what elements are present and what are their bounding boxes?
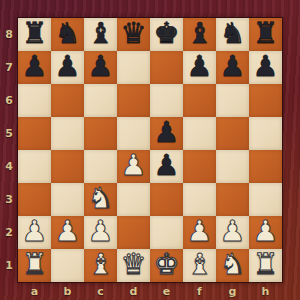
square-e5[interactable]: ♟	[150, 117, 183, 150]
square-c1[interactable]: ♝	[84, 249, 117, 282]
piece-black-king-icon[interactable]: ♚	[154, 19, 180, 48]
rank-label-6: 6	[0, 84, 18, 117]
piece-black-bishop-icon[interactable]: ♝	[187, 19, 213, 48]
file-label-a: a	[18, 282, 51, 300]
square-c6[interactable]	[84, 84, 117, 117]
square-c4[interactable]	[84, 150, 117, 183]
square-e8[interactable]: ♚	[150, 18, 183, 51]
square-c3[interactable]: ♞	[84, 183, 117, 216]
square-f1[interactable]: ♝	[183, 249, 216, 282]
piece-black-knight-icon[interactable]: ♞	[55, 19, 81, 48]
piece-white-pawn-icon[interactable]: ♟	[253, 217, 279, 246]
piece-white-pawn-icon[interactable]: ♟	[121, 151, 147, 180]
piece-white-pawn-icon[interactable]: ♟	[55, 217, 81, 246]
file-label-e: e	[150, 282, 183, 300]
rank-label-7: 7	[0, 51, 18, 84]
piece-black-bishop-icon[interactable]: ♝	[88, 19, 114, 48]
piece-black-rook-icon[interactable]: ♜	[22, 19, 48, 48]
file-label-f: f	[183, 282, 216, 300]
piece-black-knight-icon[interactable]: ♞	[220, 19, 246, 48]
piece-white-rook-icon[interactable]: ♜	[22, 250, 48, 279]
square-d4[interactable]: ♟	[117, 150, 150, 183]
square-d7[interactable]	[117, 51, 150, 84]
piece-white-pawn-icon[interactable]: ♟	[187, 217, 213, 246]
rank-labels: 87654321	[0, 18, 18, 282]
square-e4[interactable]: ♟	[150, 150, 183, 183]
square-a2[interactable]: ♟	[18, 216, 51, 249]
square-f8[interactable]: ♝	[183, 18, 216, 51]
square-f3[interactable]	[183, 183, 216, 216]
square-d3[interactable]	[117, 183, 150, 216]
square-g6[interactable]	[216, 84, 249, 117]
square-a6[interactable]	[18, 84, 51, 117]
square-c2[interactable]: ♟	[84, 216, 117, 249]
square-g5[interactable]	[216, 117, 249, 150]
piece-white-knight-icon[interactable]: ♞	[220, 250, 246, 279]
square-a1[interactable]: ♜	[18, 249, 51, 282]
square-b3[interactable]	[51, 183, 84, 216]
piece-black-pawn-icon[interactable]: ♟	[88, 52, 114, 81]
square-f5[interactable]	[183, 117, 216, 150]
square-f7[interactable]: ♟	[183, 51, 216, 84]
piece-black-queen-icon[interactable]: ♛	[121, 19, 147, 48]
square-b8[interactable]: ♞	[51, 18, 84, 51]
piece-white-pawn-icon[interactable]: ♟	[22, 217, 48, 246]
piece-black-pawn-icon[interactable]: ♟	[154, 118, 180, 147]
square-h2[interactable]: ♟	[249, 216, 282, 249]
square-g1[interactable]: ♞	[216, 249, 249, 282]
square-d6[interactable]	[117, 84, 150, 117]
piece-white-knight-icon[interactable]: ♞	[88, 184, 114, 213]
square-h6[interactable]	[249, 84, 282, 117]
square-h3[interactable]	[249, 183, 282, 216]
file-label-d: d	[117, 282, 150, 300]
square-e7[interactable]	[150, 51, 183, 84]
square-e1[interactable]: ♚	[150, 249, 183, 282]
file-labels: abcdefgh	[18, 282, 282, 300]
square-a7[interactable]: ♟	[18, 51, 51, 84]
square-b1[interactable]	[51, 249, 84, 282]
piece-black-rook-icon[interactable]: ♜	[253, 19, 279, 48]
square-h1[interactable]: ♜	[249, 249, 282, 282]
rank-label-2: 2	[0, 216, 18, 249]
square-a5[interactable]	[18, 117, 51, 150]
piece-black-pawn-icon[interactable]: ♟	[220, 52, 246, 81]
square-b2[interactable]: ♟	[51, 216, 84, 249]
piece-white-pawn-icon[interactable]: ♟	[88, 217, 114, 246]
piece-white-queen-icon[interactable]: ♛	[121, 250, 147, 279]
piece-white-rook-icon[interactable]: ♜	[253, 250, 279, 279]
rank-label-5: 5	[0, 117, 18, 150]
chessboard: ♜♞♝♛♚♝♞♜♟♟♟♟♟♟♟♟♟♞♟♟♟♟♟♟♜♝♛♚♝♞♜	[18, 18, 282, 282]
piece-black-pawn-icon[interactable]: ♟	[55, 52, 81, 81]
rank-label-1: 1	[0, 249, 18, 282]
square-h8[interactable]: ♜	[249, 18, 282, 51]
square-a4[interactable]	[18, 150, 51, 183]
square-g3[interactable]	[216, 183, 249, 216]
square-c7[interactable]: ♟	[84, 51, 117, 84]
square-c5[interactable]	[84, 117, 117, 150]
rank-label-8: 8	[0, 18, 18, 51]
piece-black-pawn-icon[interactable]: ♟	[187, 52, 213, 81]
square-e3[interactable]	[150, 183, 183, 216]
square-b5[interactable]	[51, 117, 84, 150]
piece-black-pawn-icon[interactable]: ♟	[22, 52, 48, 81]
square-b7[interactable]: ♟	[51, 51, 84, 84]
square-e6[interactable]	[150, 84, 183, 117]
piece-white-bishop-icon[interactable]: ♝	[187, 250, 213, 279]
square-f2[interactable]: ♟	[183, 216, 216, 249]
piece-black-pawn-icon[interactable]: ♟	[154, 151, 180, 180]
piece-white-pawn-icon[interactable]: ♟	[220, 217, 246, 246]
square-f6[interactable]	[183, 84, 216, 117]
square-a3[interactable]	[18, 183, 51, 216]
piece-white-bishop-icon[interactable]: ♝	[88, 250, 114, 279]
piece-white-king-icon[interactable]: ♚	[154, 250, 180, 279]
square-a8[interactable]: ♜	[18, 18, 51, 51]
square-d2[interactable]	[117, 216, 150, 249]
square-h7[interactable]: ♟	[249, 51, 282, 84]
square-h5[interactable]	[249, 117, 282, 150]
square-e2[interactable]	[150, 216, 183, 249]
square-f4[interactable]	[183, 150, 216, 183]
file-label-h: h	[249, 282, 282, 300]
square-g8[interactable]: ♞	[216, 18, 249, 51]
rank-label-4: 4	[0, 150, 18, 183]
square-c8[interactable]: ♝	[84, 18, 117, 51]
square-d1[interactable]: ♛	[117, 249, 150, 282]
square-b6[interactable]	[51, 84, 84, 117]
piece-black-pawn-icon[interactable]: ♟	[253, 52, 279, 81]
square-d8[interactable]: ♛	[117, 18, 150, 51]
square-d5[interactable]	[117, 117, 150, 150]
rank-label-3: 3	[0, 183, 18, 216]
square-b4[interactable]	[51, 150, 84, 183]
file-label-c: c	[84, 282, 117, 300]
chessboard-frame: 87654321 abcdefgh ♜♞♝♛♚♝♞♜♟♟♟♟♟♟♟♟♟♞♟♟♟♟…	[0, 0, 300, 300]
file-label-g: g	[216, 282, 249, 300]
square-g7[interactable]: ♟	[216, 51, 249, 84]
file-label-b: b	[51, 282, 84, 300]
square-g4[interactable]	[216, 150, 249, 183]
square-g2[interactable]: ♟	[216, 216, 249, 249]
square-h4[interactable]	[249, 150, 282, 183]
